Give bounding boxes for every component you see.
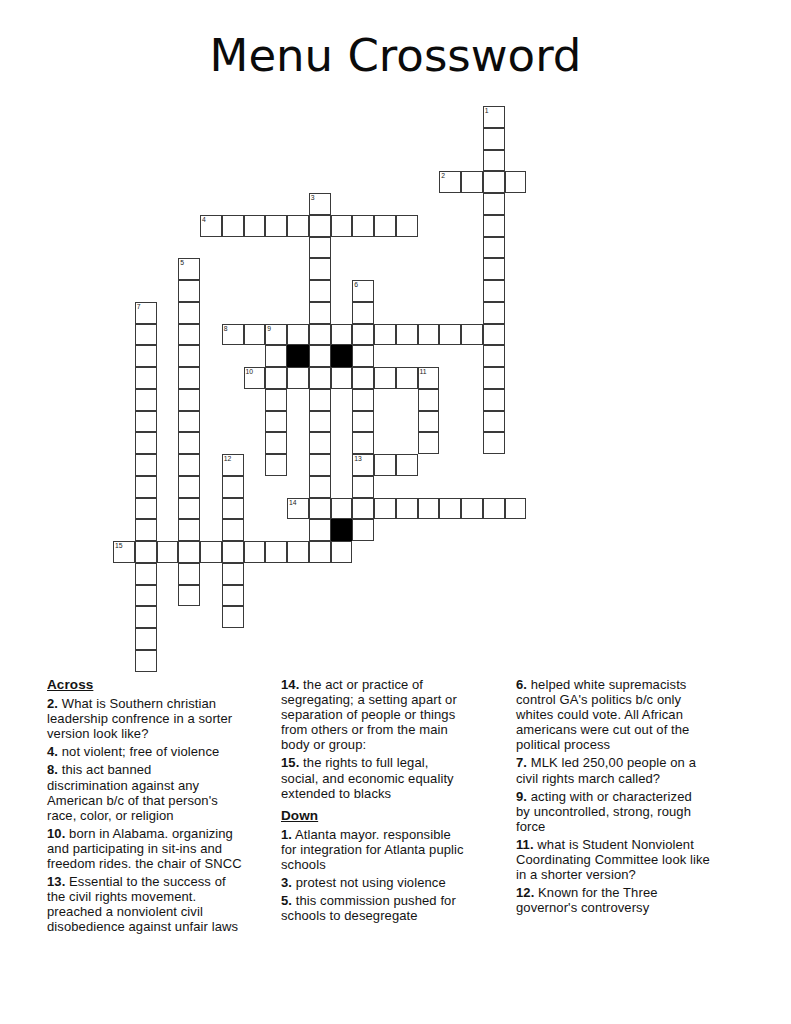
clue-line: in a shorter version? (516, 867, 748, 882)
grid-cell[interactable] (178, 389, 200, 411)
grid-cell[interactable] (374, 454, 396, 476)
grid-cell[interactable] (178, 345, 200, 367)
grid-cell[interactable] (418, 432, 440, 454)
grid-cell[interactable] (135, 345, 157, 367)
grid-cell[interactable] (178, 411, 200, 433)
clue-9-down: 9. acting with or characterizedby uncont… (516, 789, 748, 834)
grid-cell[interactable]: 2 (439, 171, 461, 193)
grid-cell[interactable]: 6 (352, 280, 374, 302)
clue-line: 11. what is Student Nonviolent (516, 837, 748, 852)
cell-number: 5 (180, 259, 184, 267)
cell-number: 10 (246, 368, 254, 376)
cell-number: 6 (354, 281, 358, 289)
clue-line: 15. the rights to full legal, (281, 755, 513, 770)
grid-cell[interactable]: 14 (287, 498, 309, 520)
grid-cell[interactable] (483, 150, 505, 172)
grid-cell[interactable] (352, 411, 374, 433)
grid-cell[interactable] (309, 454, 331, 476)
grid-cell[interactable] (287, 215, 309, 237)
grid-cell[interactable]: 5 (178, 258, 200, 280)
clue-line: by uncontrolled, strong, rough (516, 804, 748, 819)
grid-cell[interactable] (418, 389, 440, 411)
grid-cell[interactable] (265, 432, 287, 454)
grid-cell[interactable] (135, 411, 157, 433)
grid-cell[interactable] (309, 280, 331, 302)
grid-cell[interactable]: 10 (244, 367, 266, 389)
clue-number: 9. (516, 789, 527, 804)
clue-line: freedom rides. the chair of SNCC (47, 856, 279, 871)
grid-cell[interactable] (135, 454, 157, 476)
clue-line: 10. born in Alabama. organizing (47, 826, 279, 841)
clue-line: governor's controversy (516, 900, 748, 915)
grid-cell[interactable] (178, 563, 200, 585)
grid-cell[interactable] (222, 215, 244, 237)
grid-cell[interactable] (135, 324, 157, 346)
grid-cell[interactable] (265, 454, 287, 476)
clue-11-down: 11. what is Student NonviolentCoordinati… (516, 837, 748, 882)
clue-line: 9. acting with or characterized (516, 789, 748, 804)
grid-cell[interactable]: 3 (309, 193, 331, 215)
clue-line: disobedience against unfair laws (47, 919, 279, 934)
clue-line: extended to blacks (281, 786, 513, 801)
clue-number: 14. (281, 677, 299, 692)
clue-line: 3. protest not using violence (281, 875, 513, 890)
grid-cell[interactable] (157, 541, 179, 563)
cell-number: 15 (115, 542, 123, 550)
clue-number: 6. (516, 677, 527, 692)
grid-cell[interactable] (265, 215, 287, 237)
grid-cell[interactable] (309, 215, 331, 237)
grid-cell[interactable] (418, 324, 440, 346)
page-title: Menu Crossword (0, 33, 791, 78)
clue-5-down: 5. this commission pushed forschools to … (281, 893, 513, 923)
grid-cell[interactable]: 4 (200, 215, 222, 237)
clue-line: americans were cut out of the (516, 722, 748, 737)
clue-line: body or group: (281, 737, 513, 752)
clue-15-across: 15. the rights to full legal,social, and… (281, 755, 513, 800)
grid-cell[interactable] (483, 432, 505, 454)
clue-line: preached a nonviolent civil (47, 904, 279, 919)
clue-3-down: 3. protest not using violence (281, 875, 513, 890)
grid-cell[interactable] (178, 324, 200, 346)
clue-number: 4. (47, 744, 58, 759)
grid-cell[interactable] (135, 519, 157, 541)
grid-cell[interactable] (244, 324, 266, 346)
clue-8-across: 8. this act banneddiscrimination against… (47, 762, 279, 822)
grid-cell[interactable] (352, 519, 374, 541)
grid-cell[interactable] (178, 367, 200, 389)
clue-number: 2. (47, 696, 58, 711)
grid-cell[interactable] (331, 498, 353, 520)
grid-cell[interactable] (331, 367, 353, 389)
clue-line: 4. not violent; free of violence (47, 744, 279, 759)
clue-line: the civil rights movement. (47, 889, 279, 904)
clue-column-3: 6. helped white supremacistscontrol GA's… (516, 677, 748, 918)
grid-cell[interactable] (222, 606, 244, 628)
grid-cell[interactable]: 7 (135, 302, 157, 324)
clue-number: 8. (47, 762, 58, 777)
clue-number: 10. (47, 826, 65, 841)
grid-cell[interactable] (309, 345, 331, 367)
grid-cell[interactable] (439, 498, 461, 520)
black-cell (331, 519, 353, 541)
clue-line: 13. Essential to the success of (47, 874, 279, 889)
grid-cell[interactable] (135, 476, 157, 498)
grid-cell[interactable] (396, 367, 418, 389)
grid-cell[interactable] (287, 541, 309, 563)
clue-line: civil rights march called? (516, 771, 748, 786)
grid-cell[interactable] (178, 476, 200, 498)
clue-line: American b/c of that person's (47, 793, 279, 808)
clue-column-1: Across2. What is Southern christianleade… (47, 677, 279, 938)
grid-cell[interactable] (135, 541, 157, 563)
grid-cell[interactable] (135, 367, 157, 389)
clue-line: discrimination against any (47, 778, 279, 793)
cell-number: 12 (224, 455, 232, 463)
cell-number: 14 (289, 499, 297, 507)
clue-line: 7. MLK led 250,00 people on a (516, 755, 748, 770)
grid-cell[interactable]: 13 (352, 454, 374, 476)
grid-cell[interactable] (374, 367, 396, 389)
grid-cell[interactable]: 1 (483, 106, 505, 128)
grid-cell[interactable] (309, 324, 331, 346)
clue-1-down: 1. Atlanta mayor. responsiblefor integra… (281, 827, 513, 872)
clue-number: 15. (281, 755, 299, 770)
cell-number: 8 (224, 325, 228, 333)
clue-6-down: 6. helped white supremacistscontrol GA's… (516, 677, 748, 752)
grid-cell[interactable] (352, 324, 374, 346)
grid-cell[interactable] (483, 389, 505, 411)
grid-cell[interactable] (352, 302, 374, 324)
grid-cell[interactable] (265, 541, 287, 563)
grid-cell[interactable] (483, 345, 505, 367)
clue-7-down: 7. MLK led 250,00 people on acivil right… (516, 755, 748, 785)
grid-cell[interactable] (222, 541, 244, 563)
grid-cell[interactable] (222, 519, 244, 541)
grid-cell[interactable] (309, 237, 331, 259)
grid-cell[interactable]: 9 (265, 324, 287, 346)
grid-cell[interactable] (265, 367, 287, 389)
grid-cell[interactable] (309, 432, 331, 454)
grid-cell[interactable] (135, 432, 157, 454)
grid-cell[interactable] (483, 498, 505, 520)
clue-line: leadership confrence in a sorter (47, 711, 279, 726)
grid-cell[interactable] (483, 367, 505, 389)
grid-cell[interactable] (418, 411, 440, 433)
grid-cell[interactable] (483, 215, 505, 237)
grid-cell[interactable] (331, 324, 353, 346)
grid-cell[interactable] (309, 367, 331, 389)
clue-line: 8. this act banned (47, 762, 279, 777)
grid-cell[interactable] (309, 389, 331, 411)
clue-line: for integration for Atlanta puplic (281, 842, 513, 857)
clue-line: from others or from the main (281, 722, 513, 737)
grid-cell[interactable] (135, 389, 157, 411)
clue-2-across: 2. What is Southern christianleadership … (47, 696, 279, 741)
grid-cell[interactable] (396, 498, 418, 520)
cell-number: 4 (202, 216, 206, 224)
clue-line: 12. Known for the Three (516, 885, 748, 900)
black-cell (331, 345, 353, 367)
grid-cell[interactable] (135, 606, 157, 628)
grid-cell[interactable] (483, 411, 505, 433)
clue-line: 2. What is Southern christian (47, 696, 279, 711)
clue-line: 1. Atlanta mayor. responsible (281, 827, 513, 842)
clue-10-across: 10. born in Alabama. organizingand parti… (47, 826, 279, 871)
grid-cell[interactable]: 8 (222, 324, 244, 346)
grid-cell[interactable] (396, 215, 418, 237)
grid-cell[interactable] (178, 541, 200, 563)
grid-cell[interactable] (222, 476, 244, 498)
clue-line: Coordinating Committee look like (516, 852, 748, 867)
grid-cell[interactable] (309, 476, 331, 498)
grid-cell[interactable] (352, 215, 374, 237)
grid-cell[interactable] (178, 498, 200, 520)
grid-cell[interactable] (374, 215, 396, 237)
clue-line: 5. this commission pushed for (281, 893, 513, 908)
grid-cell[interactable]: 15 (113, 541, 135, 563)
clue-line: race, color, or religion (47, 808, 279, 823)
cell-number: 9 (267, 325, 271, 333)
across-heading: Across (47, 677, 279, 692)
grid-cell[interactable] (222, 563, 244, 585)
clue-line: schools (281, 857, 513, 872)
clue-line: and participating in sit-ins and (47, 841, 279, 856)
grid-cell[interactable] (374, 498, 396, 520)
grid-cell[interactable] (483, 128, 505, 150)
grid-cell[interactable] (287, 367, 309, 389)
grid-cell[interactable] (135, 498, 157, 520)
grid-cell[interactable] (222, 585, 244, 607)
clue-column-2: 14. the act or practice ofsegregating; a… (281, 677, 513, 926)
clue-4-across: 4. not violent; free of violence (47, 744, 279, 759)
clue-line: 6. helped white supremacists (516, 677, 748, 692)
grid-cell[interactable]: 11 (418, 367, 440, 389)
clue-line: 14. the act or practice of (281, 677, 513, 692)
grid-cell[interactable] (178, 302, 200, 324)
clue-number: 7. (516, 755, 527, 770)
grid-cell[interactable] (309, 302, 331, 324)
grid-cell[interactable] (352, 432, 374, 454)
clue-number: 3. (281, 875, 292, 890)
grid-cell[interactable] (178, 519, 200, 541)
grid-cell[interactable] (178, 585, 200, 607)
grid-cell[interactable] (352, 389, 374, 411)
grid-cell[interactable] (178, 280, 200, 302)
grid-cell[interactable] (178, 432, 200, 454)
grid-cell[interactable] (483, 237, 505, 259)
grid-cell[interactable] (135, 585, 157, 607)
grid-cell[interactable] (178, 454, 200, 476)
grid-cell[interactable] (483, 258, 505, 280)
grid-cell[interactable] (374, 324, 396, 346)
grid-cell[interactable] (483, 193, 505, 215)
grid-cell[interactable] (309, 258, 331, 280)
clue-number: 12. (516, 885, 534, 900)
grid-cell[interactable] (222, 498, 244, 520)
page: Menu Crossword 123456789101112131415 Acr… (0, 0, 791, 1024)
clue-line: social, and economic equality (281, 771, 513, 786)
grid-cell[interactable] (135, 628, 157, 650)
down-heading: Down (281, 808, 513, 823)
grid-cell[interactable] (244, 541, 266, 563)
grid-cell[interactable] (265, 345, 287, 367)
clue-line: schools to desegregate (281, 908, 513, 923)
clue-number: 13. (47, 874, 65, 889)
grid-cell[interactable] (396, 324, 418, 346)
clue-14-across: 14. the act or practice ofsegregating; a… (281, 677, 513, 752)
clue-number: 1. (281, 827, 292, 842)
grid-cell[interactable] (244, 215, 266, 237)
clue-line: whites could vote. All African (516, 707, 748, 722)
grid-cell[interactable] (309, 411, 331, 433)
cell-number: 1 (485, 107, 489, 115)
clue-number: 11. (516, 837, 534, 852)
cell-number: 7 (137, 303, 141, 311)
crossword-grid: 123456789101112131415 (113, 106, 526, 672)
grid-cell[interactable] (309, 498, 331, 520)
cell-number: 13 (354, 455, 362, 463)
grid-cell[interactable] (352, 367, 374, 389)
grid-cell[interactable] (483, 280, 505, 302)
cell-number: 11 (420, 368, 427, 376)
grid-cell[interactable] (135, 650, 157, 672)
grid-cell[interactable] (505, 171, 527, 193)
grid-cell[interactable] (396, 454, 418, 476)
grid-cell[interactable] (483, 324, 505, 346)
grid-cell[interactable] (265, 411, 287, 433)
grid-cell[interactable] (461, 171, 483, 193)
cell-number: 2 (441, 172, 445, 180)
grid-cell[interactable] (505, 498, 527, 520)
clue-line: segregating; a setting apart or (281, 692, 513, 707)
grid-cell[interactable] (352, 498, 374, 520)
grid-cell[interactable] (200, 541, 222, 563)
grid-cell[interactable] (439, 324, 461, 346)
clue-13-across: 13. Essential to the success ofthe civil… (47, 874, 279, 934)
clue-number: 5. (281, 893, 292, 908)
grid-cell[interactable] (352, 345, 374, 367)
clue-line: control GA's politics b/c only (516, 692, 748, 707)
clue-line: political process (516, 737, 748, 752)
grid-cell[interactable] (461, 498, 483, 520)
black-cell (287, 345, 309, 367)
grid-cell[interactable] (331, 541, 353, 563)
grid-cell[interactable] (309, 541, 331, 563)
grid-cell[interactable] (461, 324, 483, 346)
grid-cell[interactable]: 12 (222, 454, 244, 476)
grid-cell[interactable] (265, 389, 287, 411)
grid-cell[interactable] (287, 324, 309, 346)
clue-line: version look like? (47, 726, 279, 741)
clue-12-down: 12. Known for the Threegovernor's contro… (516, 885, 748, 915)
grid-cell[interactable] (309, 519, 331, 541)
grid-cell[interactable] (331, 215, 353, 237)
grid-cell[interactable] (352, 476, 374, 498)
grid-cell[interactable] (418, 498, 440, 520)
grid-cell[interactable] (483, 302, 505, 324)
grid-cell[interactable] (135, 563, 157, 585)
grid-cell[interactable] (483, 171, 505, 193)
clue-line: force (516, 819, 748, 834)
clue-line: separation of people or things (281, 707, 513, 722)
cell-number: 3 (311, 194, 315, 202)
